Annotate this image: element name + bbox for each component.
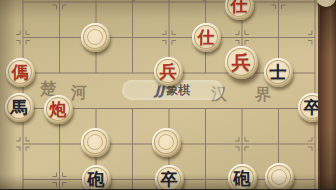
piece-character: 傌 [12, 64, 29, 81]
piece-black-cannon[interactable]: 砲 [82, 165, 111, 190]
piece-red-soldier[interactable]: 兵 [225, 46, 258, 79]
piece-face: 馬 [7, 95, 31, 119]
piece-face: 仕 [227, 0, 251, 17]
piece-character: 士 [270, 64, 287, 81]
piece-character: 兵 [232, 53, 251, 72]
piece-character: 砲 [234, 170, 251, 187]
piece-hidden-piece[interactable] [265, 163, 294, 190]
piece-character: 兵 [160, 63, 177, 80]
hidden-piece-face [83, 130, 107, 154]
piece-red-advisor[interactable]: 仕 [192, 23, 221, 52]
piece-red-horse[interactable]: 傌 [6, 58, 35, 87]
piece-face: 士 [266, 60, 290, 84]
piece-red-cannon[interactable]: 炮 [44, 95, 73, 124]
piece-black-cannon[interactable]: 砲 [228, 164, 257, 190]
board-surface[interactable]: 楚河汉界 JJ 象棋 仕仕兵兵傌士馬卒炮砲砲卒 [0, 0, 320, 189]
piece-face: 炮 [46, 97, 70, 121]
piece-hidden-piece[interactable] [152, 128, 181, 157]
piece-face: 傌 [8, 60, 32, 84]
hidden-piece-face [267, 165, 291, 189]
piece-black-soldier[interactable]: 卒 [155, 165, 184, 190]
piece-black-horse[interactable]: 馬 [5, 93, 34, 122]
river-text-char: 界 [255, 85, 271, 106]
piece-character: 馬 [11, 99, 28, 116]
piece-character: 炮 [50, 101, 67, 118]
piece-hidden-piece[interactable] [81, 23, 110, 52]
piece-character: 砲 [88, 171, 105, 188]
xiangqi-game-screen: 楚河汉界 JJ 象棋 仕仕兵兵傌士馬卒炮砲砲卒 [0, 0, 336, 189]
piece-hidden-piece[interactable] [81, 128, 110, 157]
piece-face: 兵 [227, 48, 255, 76]
piece-character: 仕 [198, 29, 215, 46]
piece-character: 仕 [231, 0, 248, 14]
hidden-piece-face [83, 25, 107, 49]
river-text-char: 河 [71, 83, 87, 104]
piece-face: 仕 [194, 25, 218, 49]
piece-face: 卒 [157, 167, 181, 189]
hidden-piece-face [154, 130, 178, 154]
piece-red-soldier[interactable]: 兵 [154, 57, 183, 86]
piece-face: 兵 [156, 59, 180, 83]
piece-face: 砲 [230, 166, 254, 189]
piece-face: 砲 [84, 167, 108, 189]
table-wood-background [318, 0, 336, 189]
piece-black-advisor[interactable]: 士 [264, 58, 293, 87]
piece-character: 卒 [161, 171, 178, 188]
